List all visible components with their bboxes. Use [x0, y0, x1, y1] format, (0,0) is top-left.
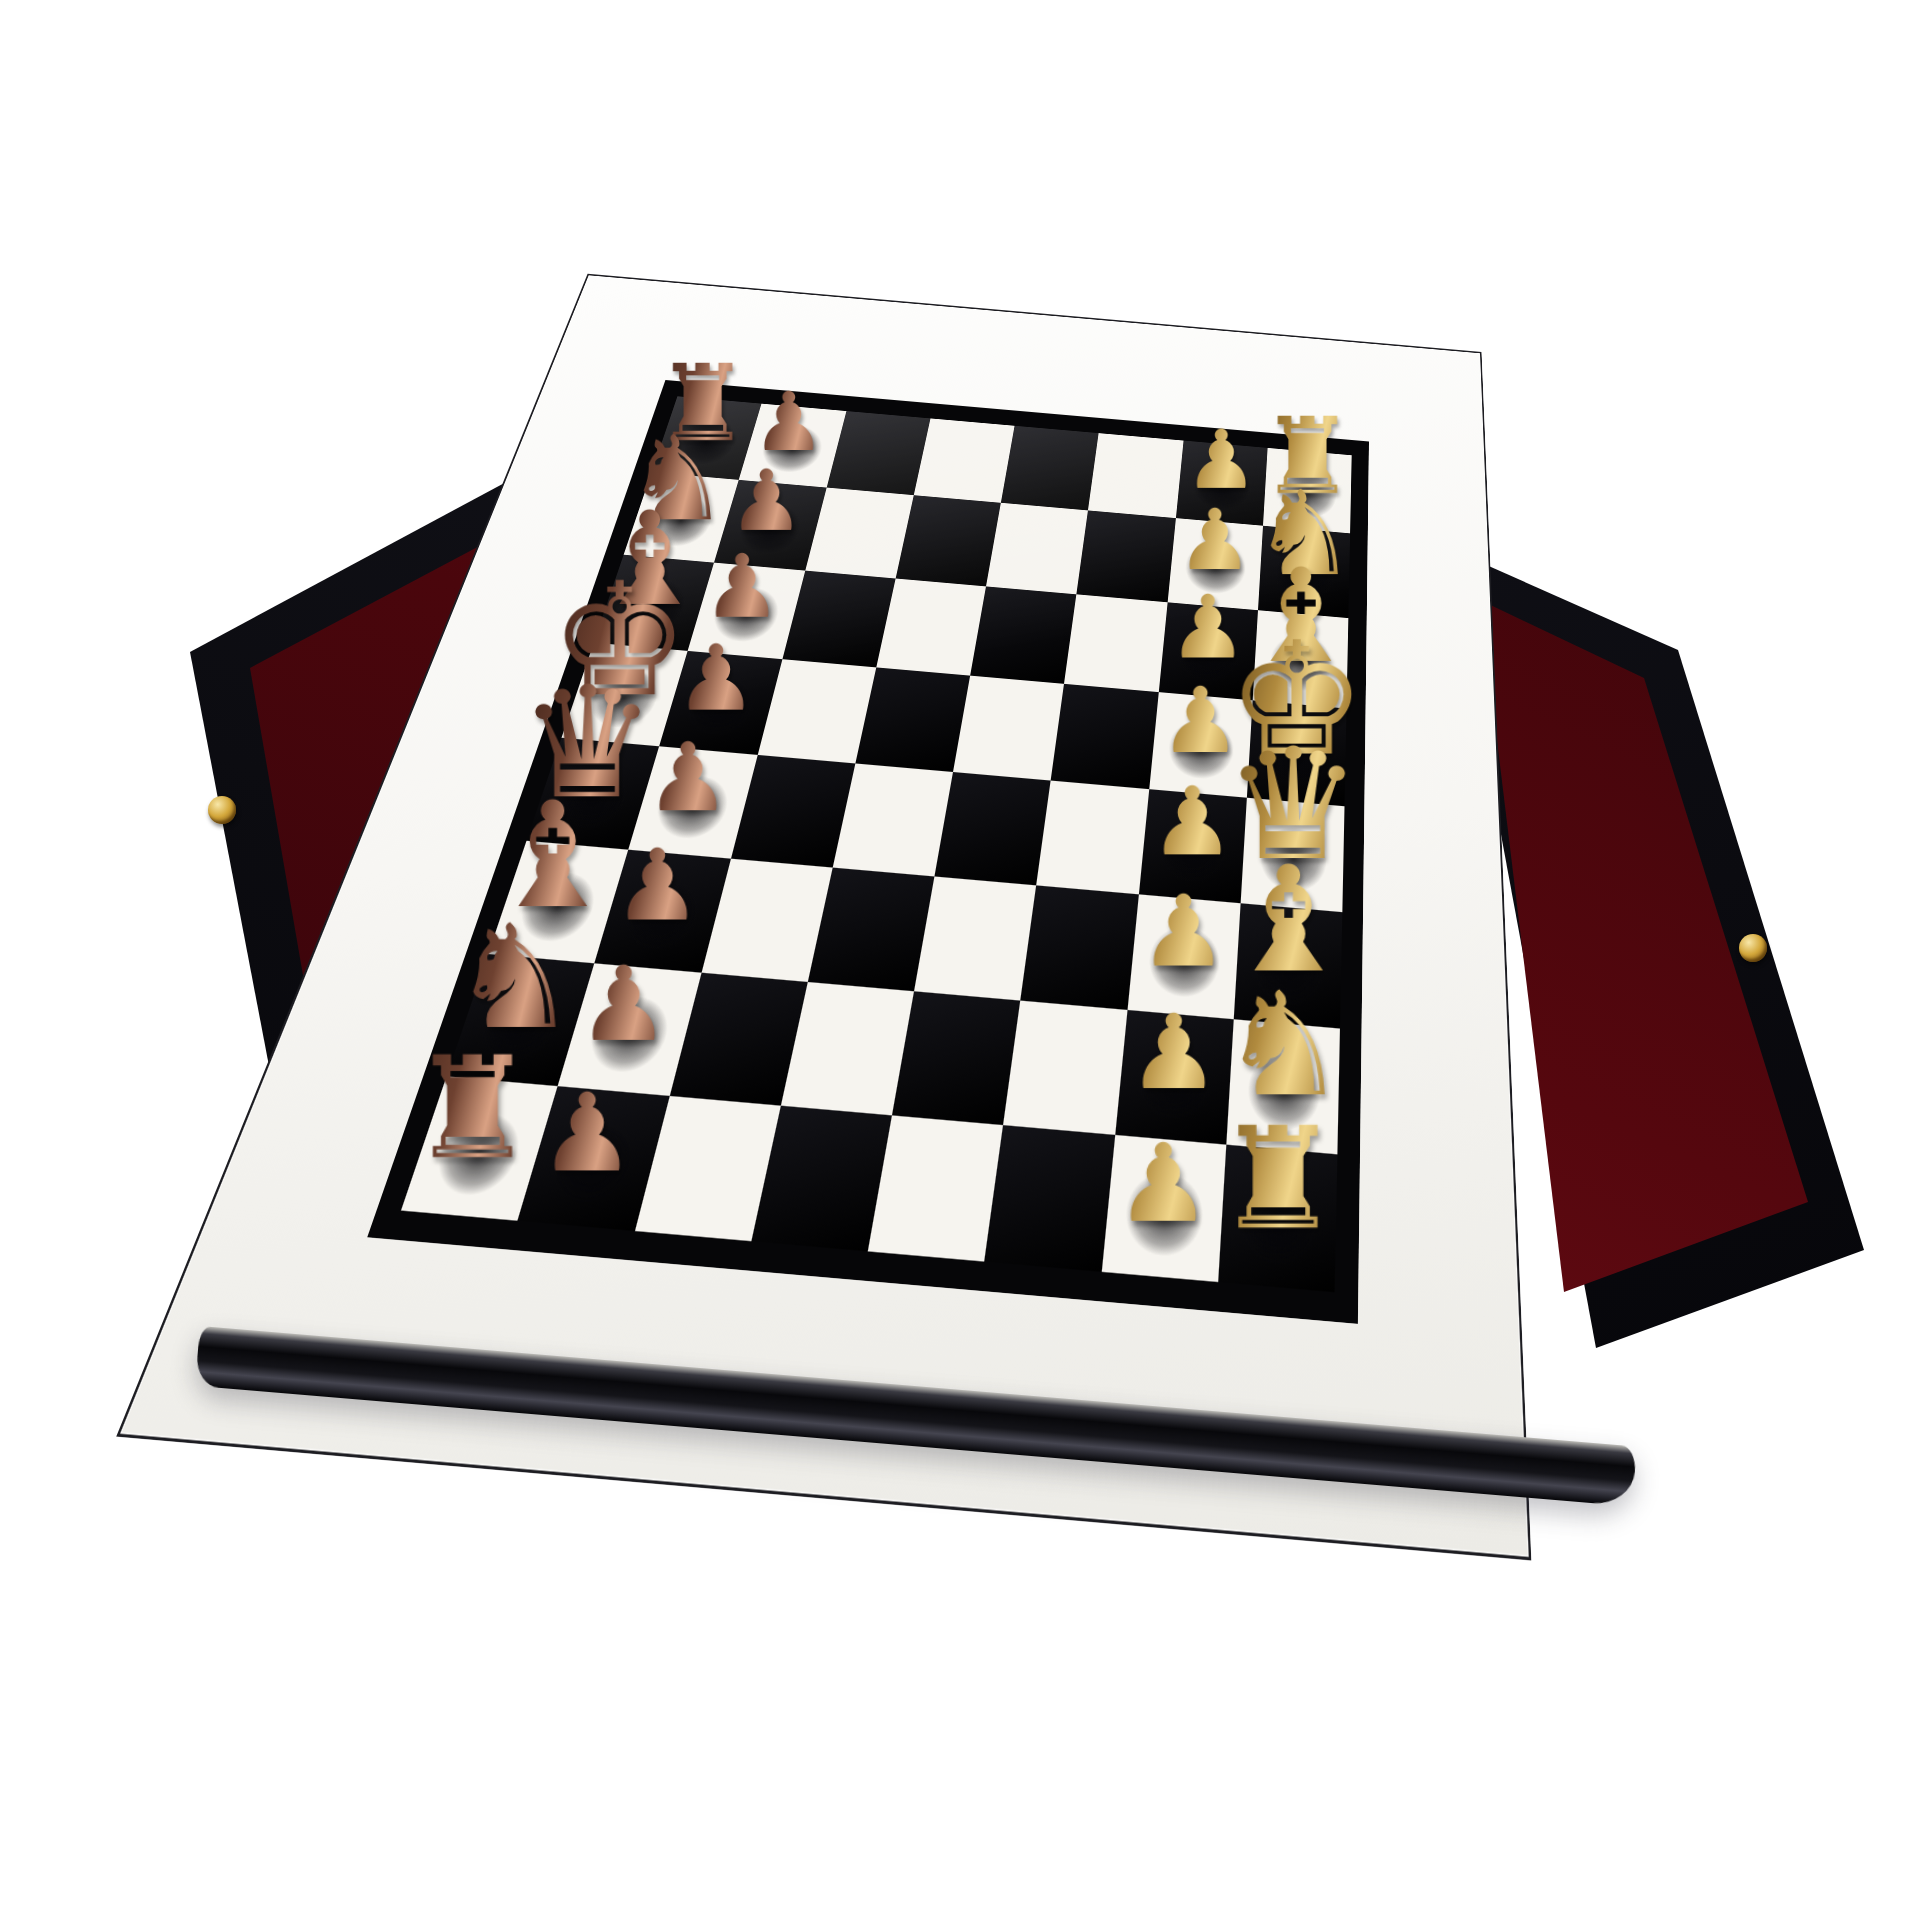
copper-knight-glyph: ♞	[393, 911, 636, 1043]
copper-pawn-glyph: ♟	[461, 1085, 715, 1184]
board-scene: ♜♞♝♚♛♝♞♜♟♟♟♟♟♟♟♟♟♟♟♟♟♟♟♟♜♞♝♚♛♝♞♜	[0, 0, 1920, 1920]
brass-knight-glyph: ♞	[1162, 978, 1405, 1110]
brass-pawn: ♟	[1101, 1135, 1226, 1282]
brass-pawn-glyph: ♟	[1036, 1135, 1290, 1234]
copper-pawn: ♟	[518, 1086, 670, 1231]
chess-set-photo: ♜♞♝♚♛♝♞♜♟♟♟♟♟♟♟♟♟♟♟♟♟♟♟♟♜♞♝♚♛♝♞♜	[0, 0, 1920, 1920]
